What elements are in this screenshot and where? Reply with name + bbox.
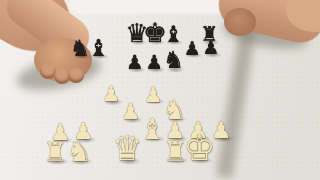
piece-black-b-f8: ♝ <box>163 23 183 46</box>
piece-white-p-e4: ♟ <box>144 84 163 105</box>
piece-white-p-c4: ♟ <box>102 84 121 105</box>
photo-scene: CHESS WORLD ♛♚♝♜♞♝♟♟♟♟♞♟♟♟♞♟♟♝♟♟♟♜♞♛♜♚ <box>0 0 320 180</box>
finger <box>68 68 84 83</box>
piece-white-q-d1: ♛ <box>112 132 143 166</box>
piece-black-n-f6: ♞ <box>163 49 184 73</box>
piece-black-b-b7: ♝ <box>88 36 109 60</box>
player-shirt <box>70 0 240 14</box>
piece-white-r-a1: ♜ <box>43 139 67 166</box>
piece-black-p-d6: ♟ <box>126 53 143 72</box>
player-right-hand <box>224 8 256 36</box>
piece-black-p-g7: ♟ <box>184 39 201 58</box>
piece-white-k-g1: ♚ <box>183 130 215 166</box>
piece-white-n-b1: ♞ <box>66 136 92 165</box>
piece-black-p-e6: ♟ <box>145 53 162 72</box>
piece-black-p-h7: ♟ <box>202 39 219 58</box>
piece-white-b-e2: ♝ <box>139 114 165 143</box>
piece-white-p-d3: ♟ <box>121 101 141 123</box>
